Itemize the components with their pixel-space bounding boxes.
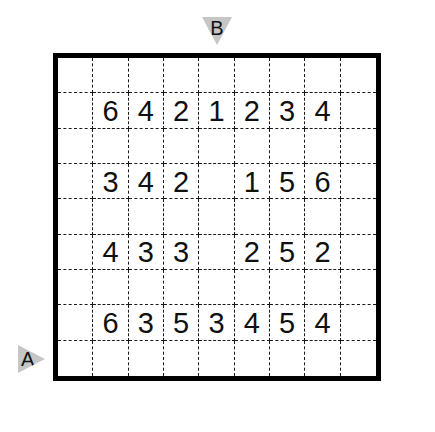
cell-r8c6[interactable]: 4: [235, 305, 270, 340]
cell-r8c2[interactable]: 6: [93, 305, 128, 340]
clue-number: 4: [314, 307, 330, 338]
cell-r4c7[interactable]: 5: [270, 164, 305, 199]
cell-r8c9[interactable]: [341, 305, 376, 340]
cell-r3c2[interactable]: [93, 129, 128, 164]
cell-r3c1[interactable]: [58, 129, 93, 164]
cell-r9c7[interactable]: [270, 341, 305, 376]
cell-r6c2[interactable]: 4: [93, 235, 128, 270]
clue-number: 4: [244, 307, 260, 338]
cell-r4c8[interactable]: 6: [305, 164, 340, 199]
snake-end-marker-b: B: [202, 17, 232, 45]
cell-r1c8[interactable]: [305, 58, 340, 93]
puzzle-canvas: B A 64212343421564332526353454: [0, 0, 435, 432]
cell-r5c3[interactable]: [129, 199, 164, 234]
cell-r9c6[interactable]: [235, 341, 270, 376]
cell-r5c4[interactable]: [164, 199, 199, 234]
cell-r2c9[interactable]: [341, 93, 376, 128]
cell-r8c8[interactable]: 4: [305, 305, 340, 340]
cell-r8c5[interactable]: 3: [199, 305, 234, 340]
cell-r1c7[interactable]: [270, 58, 305, 93]
puzzle-board: 64212343421564332526353454: [53, 53, 381, 381]
clue-number: 5: [173, 307, 189, 338]
cell-r7c1[interactable]: [58, 270, 93, 305]
cell-r8c3[interactable]: 3: [129, 305, 164, 340]
cell-r8c7[interactable]: 5: [270, 305, 305, 340]
cell-r7c2[interactable]: [93, 270, 128, 305]
cell-r9c9[interactable]: [341, 341, 376, 376]
cell-r4c5[interactable]: [199, 164, 234, 199]
cell-r2c3[interactable]: 4: [129, 93, 164, 128]
clue-number: 1: [208, 95, 224, 126]
cell-r4c1[interactable]: [58, 164, 93, 199]
clue-number: 5: [279, 166, 295, 197]
cell-r5c2[interactable]: [93, 199, 128, 234]
puzzle-grid: 64212343421564332526353454: [58, 58, 376, 376]
cell-r9c4[interactable]: [164, 341, 199, 376]
clue-number: 2: [173, 95, 189, 126]
cell-r2c8[interactable]: 4: [305, 93, 340, 128]
clue-number: 5: [279, 307, 295, 338]
cell-r3c5[interactable]: [199, 129, 234, 164]
cell-r4c3[interactable]: 4: [129, 164, 164, 199]
clue-number: 3: [208, 307, 224, 338]
cell-r7c3[interactable]: [129, 270, 164, 305]
cell-r1c5[interactable]: [199, 58, 234, 93]
cell-r1c9[interactable]: [341, 58, 376, 93]
clue-number: 2: [244, 236, 260, 267]
cell-r1c1[interactable]: [58, 58, 93, 93]
clue-number: 1: [244, 166, 260, 197]
cell-r3c7[interactable]: [270, 129, 305, 164]
cell-r7c4[interactable]: [164, 270, 199, 305]
marker-b-label: B: [210, 18, 223, 38]
cell-r9c8[interactable]: [305, 341, 340, 376]
clue-number: 6: [314, 166, 330, 197]
cell-r2c1[interactable]: [58, 93, 93, 128]
clue-number: 3: [279, 95, 295, 126]
cell-r3c8[interactable]: [305, 129, 340, 164]
clue-number: 2: [314, 236, 330, 267]
cell-r3c9[interactable]: [341, 129, 376, 164]
clue-number: 3: [138, 307, 154, 338]
cell-r2c6[interactable]: 2: [235, 93, 270, 128]
cell-r9c5[interactable]: [199, 341, 234, 376]
cell-r5c7[interactable]: [270, 199, 305, 234]
cell-r6c6[interactable]: 2: [235, 235, 270, 270]
cell-r9c1[interactable]: [58, 341, 93, 376]
cell-r1c6[interactable]: [235, 58, 270, 93]
cell-r6c4[interactable]: 3: [164, 235, 199, 270]
cell-r9c2[interactable]: [93, 341, 128, 376]
clue-number: 2: [173, 166, 189, 197]
clue-number: 3: [138, 236, 154, 267]
cell-r6c8[interactable]: 2: [305, 235, 340, 270]
clue-number: 4: [138, 95, 154, 126]
cell-r7c9[interactable]: [341, 270, 376, 305]
cell-r1c4[interactable]: [164, 58, 199, 93]
clue-number: 4: [102, 236, 118, 267]
clue-number: 3: [173, 236, 189, 267]
cell-r7c6[interactable]: [235, 270, 270, 305]
cell-r7c5[interactable]: [199, 270, 234, 305]
cell-r6c9[interactable]: [341, 235, 376, 270]
cell-r5c1[interactable]: [58, 199, 93, 234]
cell-r6c3[interactable]: 3: [129, 235, 164, 270]
marker-a-label: A: [21, 349, 34, 369]
cell-r7c7[interactable]: [270, 270, 305, 305]
cell-r6c5[interactable]: [199, 235, 234, 270]
cell-r2c4[interactable]: 2: [164, 93, 199, 128]
cell-r2c7[interactable]: 3: [270, 93, 305, 128]
cell-r8c1[interactable]: [58, 305, 93, 340]
cell-r7c8[interactable]: [305, 270, 340, 305]
cell-r3c3[interactable]: [129, 129, 164, 164]
cell-r4c6[interactable]: 1: [235, 164, 270, 199]
cell-r5c8[interactable]: [305, 199, 340, 234]
cell-r3c4[interactable]: [164, 129, 199, 164]
cell-r9c3[interactable]: [129, 341, 164, 376]
cell-r3c6[interactable]: [235, 129, 270, 164]
cell-r4c4[interactable]: 2: [164, 164, 199, 199]
cell-r5c5[interactable]: [199, 199, 234, 234]
cell-r5c9[interactable]: [341, 199, 376, 234]
clue-number: 6: [102, 95, 118, 126]
cell-r6c7[interactable]: 5: [270, 235, 305, 270]
clue-number: 3: [102, 166, 118, 197]
clue-number: 5: [279, 236, 295, 267]
cell-r1c3[interactable]: [129, 58, 164, 93]
clue-number: 6: [102, 307, 118, 338]
cell-r4c2[interactable]: 3: [93, 164, 128, 199]
clue-number: 4: [314, 95, 330, 126]
cell-r5c6[interactable]: [235, 199, 270, 234]
snake-end-marker-a: A: [18, 345, 45, 373]
cell-r8c4[interactable]: 5: [164, 305, 199, 340]
cell-r1c2[interactable]: [93, 58, 128, 93]
clue-number: 4: [138, 166, 154, 197]
cell-r2c5[interactable]: 1: [199, 93, 234, 128]
cell-r6c1[interactable]: [58, 235, 93, 270]
clue-number: 2: [244, 95, 260, 126]
cell-r2c2[interactable]: 6: [93, 93, 128, 128]
cell-r4c9[interactable]: [341, 164, 376, 199]
